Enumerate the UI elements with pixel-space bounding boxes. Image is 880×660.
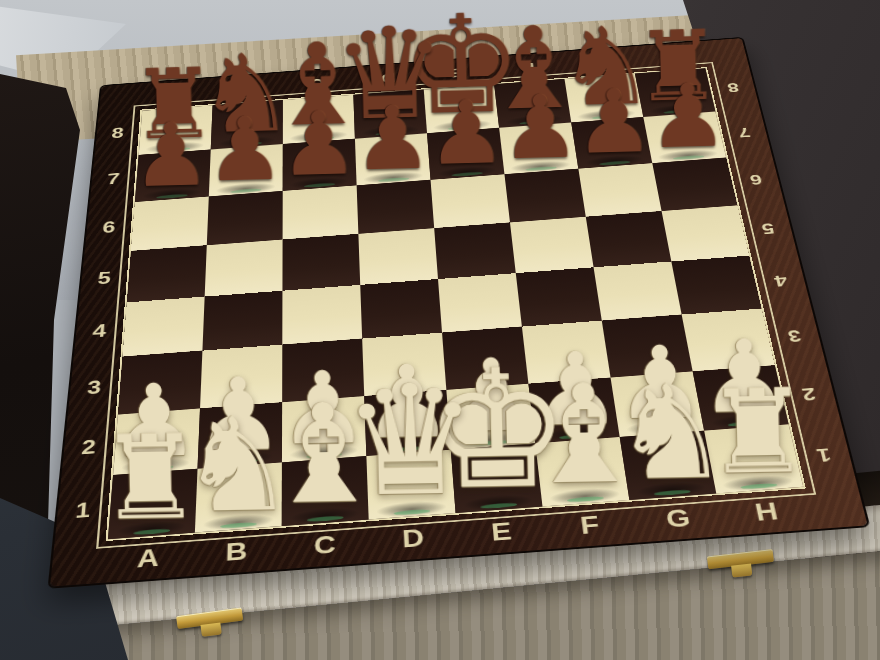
- square-b1[interactable]: ♞: [195, 462, 282, 532]
- piece-black-pawn[interactable]: ♟: [574, 80, 654, 165]
- file-label-near-a: A: [102, 534, 193, 582]
- square-d5[interactable]: [358, 228, 438, 285]
- square-h4[interactable]: [671, 256, 761, 315]
- file-label-near-g: G: [631, 495, 727, 543]
- square-d6[interactable]: [357, 180, 435, 234]
- piece-black-pawn[interactable]: ♟: [205, 108, 285, 193]
- piece-black-pawn[interactable]: ♟: [131, 113, 210, 198]
- square-c4[interactable]: [282, 285, 362, 345]
- file-label-near-h: H: [718, 488, 815, 536]
- piece-black-pawn[interactable]: ♟: [500, 85, 580, 170]
- square-b6[interactable]: [207, 191, 283, 245]
- square-g6[interactable]: [578, 163, 661, 217]
- square-b7[interactable]: ♟: [209, 144, 283, 196]
- piece-white-rook[interactable]: ♜: [98, 422, 204, 534]
- file-label-near-f: F: [543, 502, 637, 550]
- rank-label-left-7: 7: [90, 154, 137, 204]
- chess-board: ABCDEFGH ABCDEFGH 87654321 87654321 ♜♞♝♛…: [50, 38, 868, 587]
- square-d4[interactable]: [360, 279, 442, 339]
- square-a6[interactable]: [131, 196, 209, 251]
- file-label-near-e: E: [456, 508, 548, 556]
- board-frame: ABCDEFGH ABCDEFGH 87654321 87654321 ♜♞♝♛…: [50, 38, 868, 587]
- file-label-near-c: C: [281, 521, 370, 569]
- rank-label-left-6: 6: [84, 201, 133, 254]
- square-b5[interactable]: [205, 239, 283, 296]
- square-e7[interactable]: ♟: [427, 128, 504, 180]
- square-h7[interactable]: ♟: [643, 112, 726, 163]
- square-f4[interactable]: [516, 267, 602, 326]
- square-c6[interactable]: [283, 185, 359, 239]
- piece-black-pawn[interactable]: ♟: [426, 91, 506, 176]
- square-h5[interactable]: [662, 205, 750, 261]
- square-c5[interactable]: [282, 234, 360, 291]
- rank-label-left-4: 4: [73, 303, 125, 361]
- board-squares: ♜♞♝♛♚♝♞♜♟♟♟♟♟♟♟♟♟♟♟♟♟♟♟♟♜♞♝♛♚♝♞♜: [106, 67, 806, 541]
- square-d7[interactable]: ♟: [355, 133, 431, 185]
- square-a1[interactable]: ♜: [108, 469, 198, 540]
- square-e4[interactable]: [438, 273, 522, 333]
- square-e6[interactable]: [431, 174, 510, 228]
- square-f7[interactable]: ♟: [499, 123, 578, 174]
- square-h6[interactable]: [652, 157, 737, 211]
- square-e5[interactable]: [434, 222, 516, 279]
- square-f6[interactable]: [504, 168, 585, 222]
- square-a4[interactable]: [123, 297, 205, 357]
- rank-label-left-5: 5: [79, 251, 129, 306]
- square-g7[interactable]: ♟: [571, 117, 652, 168]
- square-a5[interactable]: [127, 245, 207, 302]
- piece-black-pawn[interactable]: ♟: [353, 96, 433, 181]
- square-f5[interactable]: [510, 217, 594, 274]
- square-g4[interactable]: [594, 261, 682, 320]
- chess-set-photo: ABCDEFGH ABCDEFGH 87654321 87654321 ♜♞♝♛…: [0, 0, 880, 660]
- piece-black-pawn[interactable]: ♟: [279, 102, 359, 187]
- square-b4[interactable]: [202, 291, 282, 351]
- square-a7[interactable]: ♟: [135, 150, 211, 202]
- square-c7[interactable]: ♟: [283, 139, 357, 191]
- file-label-near-d: D: [368, 515, 459, 563]
- square-g5[interactable]: [586, 211, 672, 267]
- piece-black-pawn[interactable]: ♟: [648, 74, 728, 159]
- file-label-near-b: B: [191, 528, 280, 576]
